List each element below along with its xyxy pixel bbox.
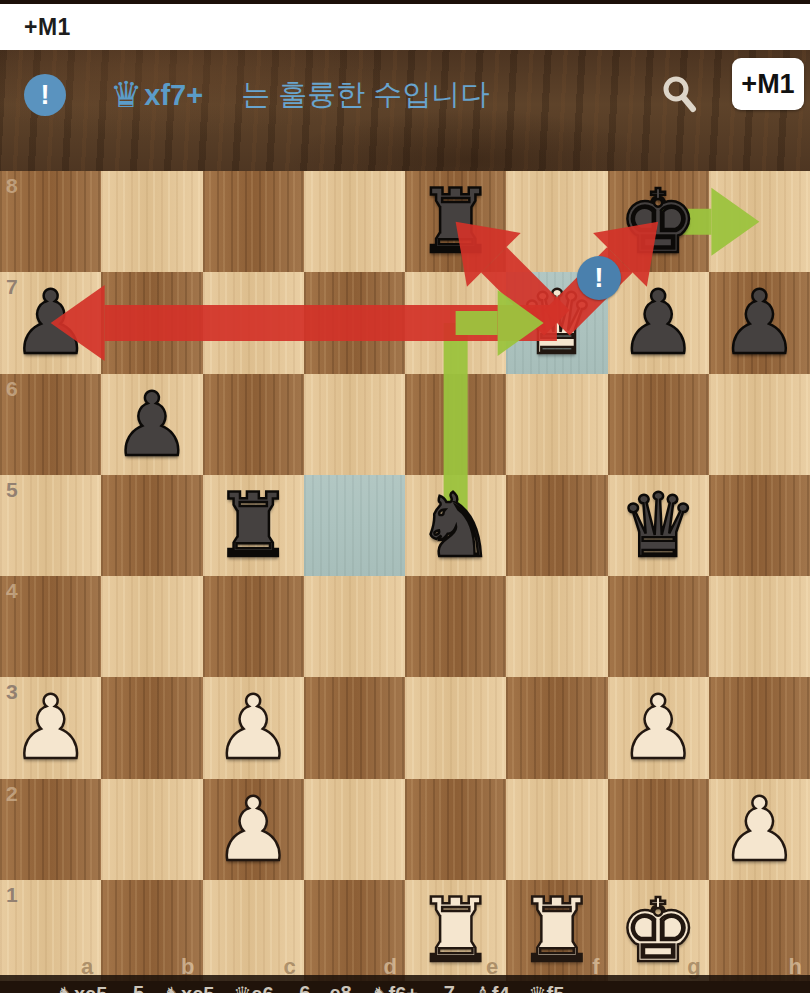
- white-pawn-c3[interactable]: ♟: [203, 677, 304, 778]
- square-e6[interactable]: [405, 374, 506, 475]
- black-pawn-g7[interactable]: ♟: [608, 272, 709, 373]
- square-d6[interactable]: [304, 374, 405, 475]
- variation-token: ♞xe5: [56, 982, 107, 993]
- search-icon[interactable]: [660, 74, 700, 114]
- square-f4[interactable]: [506, 576, 607, 677]
- black-queen-g5[interactable]: ♛: [608, 475, 709, 576]
- white-pawn-h2[interactable]: ♟: [709, 779, 810, 880]
- square-h5[interactable]: [709, 475, 810, 576]
- square-c7[interactable]: [203, 272, 304, 373]
- square-g6[interactable]: [608, 374, 709, 475]
- variation-token: ♝f4: [474, 982, 510, 993]
- square-b2[interactable]: [101, 779, 202, 880]
- square-d3[interactable]: [304, 677, 405, 778]
- square-b7[interactable]: [101, 272, 202, 373]
- square-c1[interactable]: c: [203, 880, 304, 981]
- square-h1[interactable]: h: [709, 880, 810, 981]
- variation-token: e8: [329, 982, 351, 993]
- rank-label-8: 8: [6, 174, 18, 198]
- black-pawn-b6[interactable]: ♟: [101, 374, 202, 475]
- white-rook-e1[interactable]: ♜: [405, 880, 506, 981]
- square-a2[interactable]: 2: [0, 779, 101, 880]
- square-c8[interactable]: [203, 171, 304, 272]
- variation-token: ♛f5: [529, 982, 565, 993]
- rank-label-1: 1: [6, 883, 18, 907]
- white-pawn-a3[interactable]: ♟: [0, 677, 101, 778]
- queen-icon: ♛: [110, 77, 142, 113]
- analysis-variation-strip[interactable]: ♞xe5-5♞xe5♛e6-6e8♞f6+-7♝f4♛f5: [0, 975, 810, 993]
- white-rook-f1[interactable]: ♜: [506, 880, 607, 981]
- move-annotation-badge: !: [577, 256, 621, 300]
- square-h3[interactable]: [709, 677, 810, 778]
- variation-token: ♞xe5: [163, 982, 214, 993]
- black-pawn-a7[interactable]: ♟: [0, 272, 101, 373]
- square-e4[interactable]: [405, 576, 506, 677]
- variation-token: ♞f6+: [371, 982, 418, 993]
- square-d4[interactable]: [304, 576, 405, 677]
- square-d1[interactable]: d: [304, 880, 405, 981]
- square-f5[interactable]: [506, 475, 607, 576]
- square-d5[interactable]: [304, 475, 405, 576]
- move-label: ♛ xf7+: [110, 77, 203, 113]
- move-text: xf7+: [144, 79, 203, 112]
- square-a5[interactable]: 5: [0, 475, 101, 576]
- square-d2[interactable]: [304, 779, 405, 880]
- white-pawn-c2[interactable]: ♟: [203, 779, 304, 880]
- square-f6[interactable]: [506, 374, 607, 475]
- square-b5[interactable]: [101, 475, 202, 576]
- square-a1[interactable]: 1a: [0, 880, 101, 981]
- square-h8[interactable]: [709, 171, 810, 272]
- rank-label-6: 6: [6, 377, 18, 401]
- square-h6[interactable]: [709, 374, 810, 475]
- white-king-g1[interactable]: ♚: [608, 880, 709, 981]
- square-f2[interactable]: [506, 779, 607, 880]
- square-c4[interactable]: [203, 576, 304, 677]
- rank-label-2: 2: [6, 782, 18, 806]
- black-pawn-h7[interactable]: ♟: [709, 272, 810, 373]
- black-knight-e5[interactable]: ♞: [405, 475, 506, 576]
- square-g4[interactable]: [608, 576, 709, 677]
- white-pawn-g3[interactable]: ♟: [608, 677, 709, 778]
- square-b1[interactable]: b: [101, 880, 202, 981]
- analysis-banner: ! ♛ xf7+ 는 훌륭한 수입니다 +M1: [0, 50, 810, 171]
- square-d8[interactable]: [304, 171, 405, 272]
- square-d7[interactable]: [304, 272, 405, 373]
- exclamation-icon: !: [24, 74, 66, 116]
- square-c6[interactable]: [203, 374, 304, 475]
- app-screen: +M1 ! ♛ xf7+ 는 훌륭한 수입니다 +M1 87654321abcd…: [0, 0, 810, 993]
- variation-tokens: ♞xe5-5♞xe5♛e6-6e8♞f6+-7♝f4♛f5: [0, 975, 810, 993]
- variation-token: -7: [437, 982, 455, 993]
- square-f3[interactable]: [506, 677, 607, 778]
- rank-label-4: 4: [6, 579, 18, 603]
- black-king-g8[interactable]: ♚: [608, 171, 709, 272]
- variation-token: ♛e6: [233, 982, 273, 993]
- square-a8[interactable]: 8: [0, 171, 101, 272]
- black-rook-c5[interactable]: ♜: [203, 475, 304, 576]
- black-rook-e8[interactable]: ♜: [405, 171, 506, 272]
- square-e2[interactable]: [405, 779, 506, 880]
- variation-token: -6: [293, 982, 311, 993]
- title-bar: +M1: [0, 4, 810, 50]
- square-a4[interactable]: 4: [0, 576, 101, 677]
- rank-label-5: 5: [6, 478, 18, 502]
- square-h4[interactable]: [709, 576, 810, 677]
- square-e3[interactable]: [405, 677, 506, 778]
- square-e7[interactable]: [405, 272, 506, 373]
- square-b8[interactable]: [101, 171, 202, 272]
- square-b3[interactable]: [101, 677, 202, 778]
- banner-message: 는 훌륭한 수입니다: [241, 75, 489, 115]
- variation-token: -5: [126, 982, 144, 993]
- square-b4[interactable]: [101, 576, 202, 677]
- title-eval-label: +M1: [24, 14, 71, 41]
- chess-board[interactable]: 87654321abcdefgh♜♚♟♛♟♟♟♜♞♛♟♟♟♟♟♜♜♚!: [0, 171, 810, 981]
- square-a6[interactable]: 6: [0, 374, 101, 475]
- square-g2[interactable]: [608, 779, 709, 880]
- eval-badge[interactable]: +M1: [732, 58, 804, 110]
